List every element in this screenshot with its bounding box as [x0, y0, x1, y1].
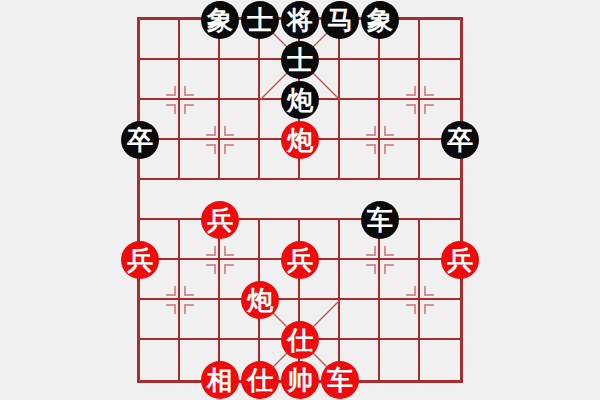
red-advisor[interactable]: 仕	[241, 361, 279, 399]
board-cell	[180, 140, 220, 180]
red-soldier[interactable]: 兵	[121, 241, 159, 279]
river-cell	[140, 180, 180, 220]
red-soldier[interactable]: 兵	[201, 201, 239, 239]
board-cell	[380, 60, 420, 100]
board-cell	[140, 20, 180, 60]
board-cell	[220, 100, 260, 140]
black-horse[interactable]: 马	[321, 1, 359, 39]
black-soldier[interactable]: 卒	[121, 121, 159, 159]
river-cell	[300, 180, 340, 220]
board-cell	[340, 260, 380, 300]
board-cell	[340, 140, 380, 180]
red-chariot[interactable]: 车	[321, 361, 359, 399]
board-cell	[380, 140, 420, 180]
red-soldier[interactable]: 兵	[441, 241, 479, 279]
board-cell	[420, 300, 460, 340]
black-elephant[interactable]: 象	[201, 1, 239, 39]
board-cell	[420, 340, 460, 380]
red-elephant[interactable]: 相	[201, 361, 239, 399]
black-general[interactable]: 将	[281, 1, 319, 39]
black-elephant[interactable]: 象	[361, 1, 399, 39]
board-cell	[140, 60, 180, 100]
red-cannon[interactable]: 炮	[281, 121, 319, 159]
board-cell	[140, 300, 180, 340]
board-cell	[180, 300, 220, 340]
board-cell	[180, 260, 220, 300]
black-soldier[interactable]: 卒	[441, 121, 479, 159]
black-advisor[interactable]: 士	[281, 41, 319, 79]
board-cell	[380, 100, 420, 140]
black-chariot[interactable]: 车	[361, 201, 399, 239]
board-cell	[180, 60, 220, 100]
board-cell	[420, 20, 460, 60]
black-advisor[interactable]: 士	[241, 1, 279, 39]
red-soldier[interactable]: 兵	[281, 241, 319, 279]
black-cannon[interactable]: 炮	[281, 81, 319, 119]
river-cell	[420, 180, 460, 220]
river-cell	[260, 180, 300, 220]
board-cell	[380, 260, 420, 300]
board-cell	[180, 100, 220, 140]
xiangqi-position-diagram: 象士将马象士炮卒炮卒兵车兵兵兵炮仕相仕帅车	[0, 0, 600, 400]
board-cell	[340, 60, 380, 100]
board-cell	[380, 300, 420, 340]
board-cell	[220, 60, 260, 100]
red-cannon[interactable]: 炮	[241, 281, 279, 319]
board-cell	[340, 100, 380, 140]
red-general[interactable]: 帅	[281, 361, 319, 399]
board-cell	[380, 340, 420, 380]
board-cell	[140, 340, 180, 380]
board-cell	[340, 300, 380, 340]
board-cell	[420, 60, 460, 100]
red-advisor[interactable]: 仕	[281, 321, 319, 359]
board-cell	[220, 140, 260, 180]
